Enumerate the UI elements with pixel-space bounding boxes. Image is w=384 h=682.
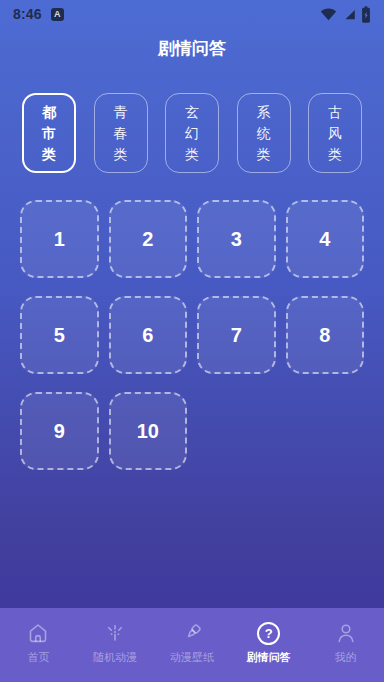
home-icon (26, 620, 50, 646)
nav-label: 我的 (335, 651, 357, 664)
level-button-6[interactable]: 6 (109, 296, 188, 374)
level-grid: 1 2 3 4 5 6 7 8 9 10 (0, 200, 384, 470)
level-button-10[interactable]: 10 (109, 392, 188, 470)
nav-item-home[interactable]: 首页 (0, 620, 77, 682)
level-button-8[interactable]: 8 (286, 296, 365, 374)
status-bar-right (320, 6, 371, 23)
sparkle-icon (103, 620, 127, 646)
category-tab-system[interactable]: 系统类 (237, 93, 291, 173)
bottom-nav: 首页 随机动漫 (0, 608, 384, 682)
nav-item-random-anime[interactable]: 随机动漫 (77, 620, 154, 682)
category-tab-label: 都市类 (42, 102, 57, 165)
category-tab-label: 系统类 (256, 102, 271, 165)
category-tab-label: 青春类 (113, 102, 128, 165)
category-tab-urban[interactable]: 都市类 (22, 93, 76, 173)
clock: 8:46 (13, 6, 42, 22)
nav-label: 动漫壁纸 (170, 651, 214, 664)
question-circle-icon: ? (257, 620, 280, 646)
level-button-2[interactable]: 2 (109, 200, 188, 278)
wifi-icon (320, 7, 337, 21)
level-button-3[interactable]: 3 (197, 200, 276, 278)
category-tab-youth[interactable]: 青春类 (94, 93, 148, 173)
app-screen: 8:46 A 剧情问答 都市类 青春类 (0, 0, 384, 682)
category-tab-ancient[interactable]: 古风类 (308, 93, 362, 173)
battery-icon (361, 6, 371, 23)
nav-label: 剧情问答 (247, 651, 291, 664)
category-tab-label: 古风类 (328, 102, 343, 165)
level-button-9[interactable]: 9 (20, 392, 99, 470)
level-button-5[interactable]: 5 (20, 296, 99, 374)
page-title: 剧情问答 (0, 37, 384, 61)
category-tabs: 都市类 青春类 玄幻类 系统类 古风类 (0, 93, 384, 173)
status-bar-left: 8:46 A (13, 6, 64, 22)
level-button-4[interactable]: 4 (286, 200, 365, 278)
nav-label: 随机动漫 (93, 651, 137, 664)
person-icon (334, 620, 358, 646)
level-button-7[interactable]: 7 (197, 296, 276, 374)
notification-app-badge: A (51, 8, 64, 21)
category-tab-fantasy[interactable]: 玄幻类 (165, 93, 219, 173)
level-button-1[interactable]: 1 (20, 200, 99, 278)
cellular-signal-icon (342, 7, 356, 21)
nav-item-quiz[interactable]: ? 剧情问答 (230, 620, 307, 682)
brush-icon (180, 620, 204, 646)
question-glyph: ? (257, 622, 280, 645)
nav-label: 首页 (27, 651, 49, 664)
nav-item-mine[interactable]: 我的 (307, 620, 384, 682)
nav-item-anime-wallpaper[interactable]: 动漫壁纸 (154, 620, 231, 682)
category-tab-label: 玄幻类 (185, 102, 200, 165)
status-bar: 8:46 A (0, 0, 384, 28)
